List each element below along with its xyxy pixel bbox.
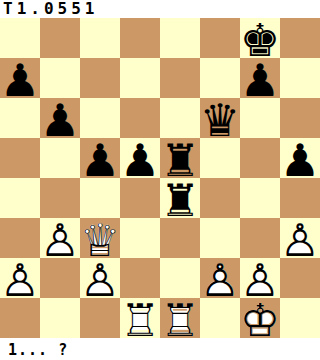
square-d7[interactable] bbox=[120, 58, 160, 98]
square-c5[interactable]: ♟ bbox=[80, 138, 120, 178]
square-g4[interactable] bbox=[240, 178, 280, 218]
square-g1[interactable]: ♚♔ bbox=[240, 298, 280, 338]
black-rook: ♜ bbox=[160, 180, 200, 220]
black-pawn: ♟ bbox=[120, 140, 160, 180]
square-e2[interactable] bbox=[160, 258, 200, 298]
chess-board: ♚♟♟♟♛♟♟♜♟♜♟♙♛♕♟♙♟♙♟♙♟♙♟♙♜♖♜♖♚♔ bbox=[0, 18, 320, 338]
square-f4[interactable] bbox=[200, 178, 240, 218]
square-e8[interactable] bbox=[160, 18, 200, 58]
square-f2[interactable]: ♟♙ bbox=[200, 258, 240, 298]
square-f1[interactable] bbox=[200, 298, 240, 338]
square-d3[interactable] bbox=[120, 218, 160, 258]
square-a1[interactable] bbox=[0, 298, 40, 338]
square-d5[interactable]: ♟ bbox=[120, 138, 160, 178]
square-h4[interactable] bbox=[280, 178, 320, 218]
square-g5[interactable] bbox=[240, 138, 280, 178]
square-c3[interactable]: ♛♕ bbox=[80, 218, 120, 258]
square-d4[interactable] bbox=[120, 178, 160, 218]
square-c7[interactable] bbox=[80, 58, 120, 98]
square-f5[interactable] bbox=[200, 138, 240, 178]
square-b7[interactable] bbox=[40, 58, 80, 98]
square-c2[interactable]: ♟♙ bbox=[80, 258, 120, 298]
square-a2[interactable]: ♟♙ bbox=[0, 258, 40, 298]
square-a6[interactable] bbox=[0, 98, 40, 138]
white-king: ♚♔ bbox=[240, 300, 280, 340]
square-b8[interactable] bbox=[40, 18, 80, 58]
white-pawn: ♟♙ bbox=[40, 220, 80, 260]
black-pawn: ♟ bbox=[80, 140, 120, 180]
square-h5[interactable]: ♟ bbox=[280, 138, 320, 178]
white-pawn: ♟♙ bbox=[0, 260, 40, 300]
square-b1[interactable] bbox=[40, 298, 80, 338]
square-g7[interactable]: ♟ bbox=[240, 58, 280, 98]
square-e5[interactable]: ♜ bbox=[160, 138, 200, 178]
square-f3[interactable] bbox=[200, 218, 240, 258]
black-queen: ♛ bbox=[200, 100, 240, 140]
square-h6[interactable] bbox=[280, 98, 320, 138]
square-a7[interactable]: ♟ bbox=[0, 58, 40, 98]
square-d1[interactable]: ♜♖ bbox=[120, 298, 160, 338]
square-b4[interactable] bbox=[40, 178, 80, 218]
square-g6[interactable] bbox=[240, 98, 280, 138]
white-rook: ♜♖ bbox=[120, 300, 160, 340]
white-pawn: ♟♙ bbox=[280, 220, 320, 260]
square-c4[interactable] bbox=[80, 178, 120, 218]
square-d8[interactable] bbox=[120, 18, 160, 58]
white-pawn: ♟♙ bbox=[200, 260, 240, 300]
square-a8[interactable] bbox=[0, 18, 40, 58]
square-g8[interactable]: ♚ bbox=[240, 18, 280, 58]
white-rook: ♜♖ bbox=[160, 300, 200, 340]
white-pawn: ♟♙ bbox=[80, 260, 120, 300]
square-e3[interactable] bbox=[160, 218, 200, 258]
square-h7[interactable] bbox=[280, 58, 320, 98]
square-c8[interactable] bbox=[80, 18, 120, 58]
black-pawn: ♟ bbox=[40, 100, 80, 140]
black-pawn: ♟ bbox=[0, 60, 40, 100]
square-h2[interactable] bbox=[280, 258, 320, 298]
square-a4[interactable] bbox=[0, 178, 40, 218]
square-b5[interactable] bbox=[40, 138, 80, 178]
square-d6[interactable] bbox=[120, 98, 160, 138]
square-b6[interactable]: ♟ bbox=[40, 98, 80, 138]
square-c1[interactable] bbox=[80, 298, 120, 338]
square-h1[interactable] bbox=[280, 298, 320, 338]
square-e7[interactable] bbox=[160, 58, 200, 98]
square-b3[interactable]: ♟♙ bbox=[40, 218, 80, 258]
black-pawn: ♟ bbox=[280, 140, 320, 180]
square-a5[interactable] bbox=[0, 138, 40, 178]
square-d2[interactable] bbox=[120, 258, 160, 298]
chess-puzzle-page: T1.0551 ♚♟♟♟♛♟♟♜♟♜♟♙♛♕♟♙♟♙♟♙♟♙♟♙♜♖♜♖♚♔ 1… bbox=[0, 0, 320, 360]
square-c6[interactable] bbox=[80, 98, 120, 138]
black-pawn: ♟ bbox=[240, 60, 280, 100]
square-a3[interactable] bbox=[0, 218, 40, 258]
square-f7[interactable] bbox=[200, 58, 240, 98]
square-e1[interactable]: ♜♖ bbox=[160, 298, 200, 338]
square-g3[interactable] bbox=[240, 218, 280, 258]
square-f6[interactable]: ♛ bbox=[200, 98, 240, 138]
square-h3[interactable]: ♟♙ bbox=[280, 218, 320, 258]
square-f8[interactable] bbox=[200, 18, 240, 58]
square-e6[interactable] bbox=[160, 98, 200, 138]
square-h8[interactable] bbox=[280, 18, 320, 58]
square-g2[interactable]: ♟♙ bbox=[240, 258, 280, 298]
square-b2[interactable] bbox=[40, 258, 80, 298]
square-e4[interactable]: ♜ bbox=[160, 178, 200, 218]
